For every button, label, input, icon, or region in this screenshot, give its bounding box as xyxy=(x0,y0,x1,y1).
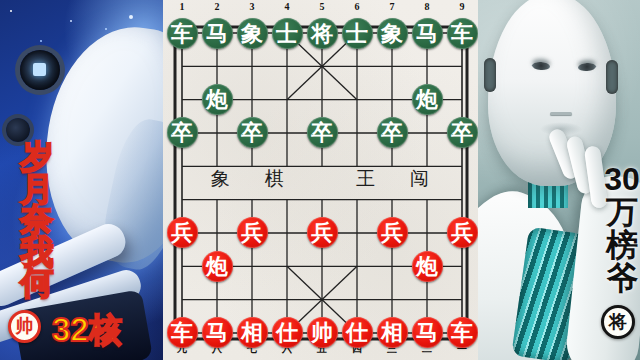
left-caption-char: 我 xyxy=(16,236,58,268)
xiangqi-piece-red-马[interactable]: 马 xyxy=(412,317,443,348)
xiangqi-piece-red-车[interactable]: 车 xyxy=(167,317,198,348)
right-robot-left-eye xyxy=(532,61,551,70)
top-coord-9: 9 xyxy=(460,1,465,13)
left-cores-label: 32核 xyxy=(52,308,122,353)
xiangqi-piece-red-仕[interactable]: 仕 xyxy=(342,317,373,348)
xiangqi-piece-red-相[interactable]: 相 xyxy=(237,317,268,348)
xiangqi-piece-red-相[interactable]: 相 xyxy=(377,317,408,348)
xiangqi-piece-green-卒[interactable]: 卒 xyxy=(377,117,408,148)
right-caption-char: 万 xyxy=(602,196,640,229)
right-caption-char: 爷 xyxy=(602,262,640,295)
top-coord-3: 3 xyxy=(250,1,255,13)
xiangqi-piece-green-车[interactable]: 车 xyxy=(447,18,478,49)
river-text-left: 象 棋 xyxy=(211,167,299,191)
black-general-badge: 将 xyxy=(601,305,635,339)
river-text-right: 王 闯 xyxy=(356,167,444,191)
right-robot-mouth xyxy=(550,112,572,115)
left-caption-char: 岁 xyxy=(16,141,58,173)
left-robot-image: 岁月奈我何 帅 32核 xyxy=(0,0,163,360)
top-coord-8: 8 xyxy=(425,1,430,13)
xiangqi-piece-red-兵[interactable]: 兵 xyxy=(167,217,198,248)
xiangqi-piece-green-卒[interactable]: 卒 xyxy=(307,117,338,148)
top-coord-1: 1 xyxy=(180,1,185,13)
xiangqi-piece-green-卒[interactable]: 卒 xyxy=(447,117,478,148)
xiangqi-piece-red-兵[interactable]: 兵 xyxy=(447,217,478,248)
xiangqi-piece-green-炮[interactable]: 炮 xyxy=(202,84,233,115)
xiangqi-piece-green-马[interactable]: 马 xyxy=(412,18,443,49)
xiangqi-piece-red-炮[interactable]: 炮 xyxy=(202,251,233,282)
xiangqi-piece-green-象[interactable]: 象 xyxy=(237,18,268,49)
right-robot-ear-right xyxy=(606,60,618,94)
xiangqi-piece-red-帅[interactable]: 帅 xyxy=(307,317,338,348)
xiangqi-piece-red-兵[interactable]: 兵 xyxy=(307,217,338,248)
left-caption-char: 何 xyxy=(16,267,58,299)
xiangqi-piece-red-兵[interactable]: 兵 xyxy=(237,217,268,248)
xiangqi-piece-green-炮[interactable]: 炮 xyxy=(412,84,443,115)
xiangqi-piece-red-仕[interactable]: 仕 xyxy=(272,317,303,348)
right-robot-ear-left xyxy=(484,58,496,92)
left-caption-char: 月 xyxy=(16,173,58,205)
top-coord-2: 2 xyxy=(215,1,220,13)
right-caption-char: 榜 xyxy=(602,229,640,262)
right-caption: 30万榜爷 xyxy=(602,163,640,295)
xiangqi-piece-green-象[interactable]: 象 xyxy=(377,18,408,49)
right-caption-char: 30 xyxy=(602,163,640,196)
top-coord-5: 5 xyxy=(320,1,325,13)
xiangqi-piece-red-车[interactable]: 车 xyxy=(447,317,478,348)
top-coord-6: 6 xyxy=(355,1,360,13)
top-coord-7: 7 xyxy=(390,1,395,13)
right-robot-right-eye xyxy=(578,62,597,71)
xiangqi-piece-red-兵[interactable]: 兵 xyxy=(377,217,408,248)
sparkle-stars xyxy=(10,10,12,12)
xiangqi-piece-green-士[interactable]: 士 xyxy=(342,18,373,49)
left-robot-camera-lens xyxy=(20,50,60,90)
xiangqi-piece-green-车[interactable]: 车 xyxy=(167,18,198,49)
top-coord-4: 4 xyxy=(285,1,290,13)
xiangqi-piece-red-马[interactable]: 马 xyxy=(202,317,233,348)
xiangqi-piece-green-士[interactable]: 士 xyxy=(272,18,303,49)
xiangqi-board[interactable]: 123456789 九八七六五四三二一 象 棋 王 闯 车马象士将士象马车炮炮卒… xyxy=(163,0,478,360)
video-frame: 岁月奈我何 帅 32核 123456789 九八七六五四三二一 象 棋 王 闯 … xyxy=(0,0,640,360)
xiangqi-piece-green-将[interactable]: 将 xyxy=(307,18,338,49)
red-general-badge: 帅 xyxy=(8,310,41,343)
right-robot-image: 30万榜爷 将 xyxy=(478,0,640,360)
left-caption-char: 奈 xyxy=(16,204,58,236)
xiangqi-piece-green-卒[interactable]: 卒 xyxy=(167,117,198,148)
xiangqi-piece-red-炮[interactable]: 炮 xyxy=(412,251,443,282)
xiangqi-piece-green-卒[interactable]: 卒 xyxy=(237,117,268,148)
xiangqi-piece-green-马[interactable]: 马 xyxy=(202,18,233,49)
left-caption: 岁月奈我何 xyxy=(16,141,58,299)
lens-core-glow xyxy=(33,63,46,76)
